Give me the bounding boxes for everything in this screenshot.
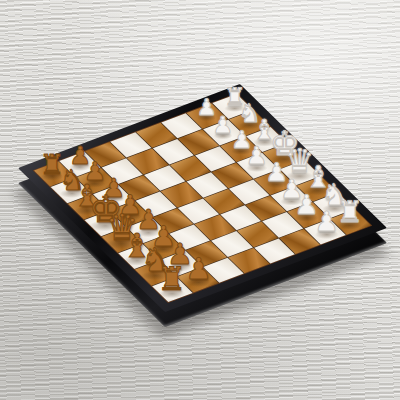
photo-backdrop: ♜♞♝♛♚♝♞♜♟♟♟♟♟♟♟♟♟♟♟♟♟♟♟♟♜♞♝♛♚♝♞♜ bbox=[0, 0, 400, 400]
chess-board bbox=[18, 84, 387, 312]
